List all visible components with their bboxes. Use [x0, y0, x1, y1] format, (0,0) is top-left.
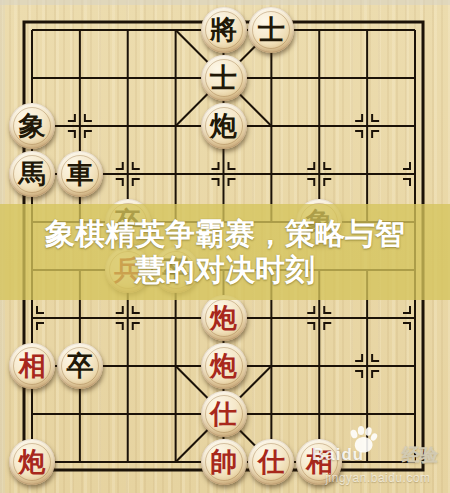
piece-black-general[interactable]: 將 [201, 7, 247, 53]
piece-red-cannon[interactable]: 炮 [201, 295, 247, 341]
piece-black-advisor[interactable]: 士 [201, 55, 247, 101]
xiangqi-screenshot: 將士士象炮馬車卒象卒卒兵炮相炮仕炮帥仕相 象棋精英争霸赛，策略与智 慧的对决时刻… [0, 0, 450, 493]
piece-red-cannon[interactable]: 炮 [201, 343, 247, 389]
piece-red-advisor[interactable]: 仕 [201, 391, 247, 437]
piece-black-elephant[interactable]: 象 [9, 103, 55, 149]
piece-red-elephant[interactable]: 相 [9, 343, 55, 389]
piece-red-elephant[interactable]: 相 [296, 439, 342, 485]
piece-red-general[interactable]: 帥 [201, 439, 247, 485]
title-line-1: 象棋精英争霸赛，策略与智 [45, 216, 405, 252]
piece-black-soldier[interactable]: 卒 [57, 343, 103, 389]
piece-black-chariot[interactable]: 車 [57, 151, 103, 197]
piece-red-cannon[interactable]: 炮 [9, 439, 55, 485]
piece-black-cannon[interactable]: 炮 [201, 103, 247, 149]
title-overlay-band: 象棋精英争霸赛，策略与智 慧的对决时刻 [0, 204, 450, 300]
title-line-2: 慧的对决时刻 [135, 252, 315, 288]
piece-black-horse[interactable]: 馬 [9, 151, 55, 197]
